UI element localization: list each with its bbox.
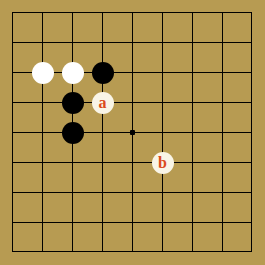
point-label-a[interactable]: a <box>92 92 114 114</box>
go-diagram: ab <box>0 0 265 265</box>
star-point <box>130 130 135 135</box>
black-stone <box>92 62 114 84</box>
black-stone <box>62 122 84 144</box>
point-label-b[interactable]: b <box>152 152 174 174</box>
white-stone <box>62 62 84 84</box>
black-stone <box>62 92 84 114</box>
white-stone <box>32 62 54 84</box>
stones-layer: ab <box>0 0 265 265</box>
